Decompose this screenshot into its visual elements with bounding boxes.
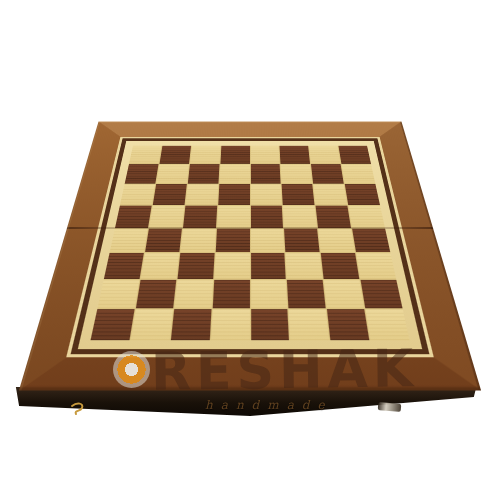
board-square	[185, 184, 218, 205]
board-square	[251, 253, 287, 279]
board-square	[250, 184, 282, 205]
board-square	[321, 253, 359, 279]
board-square	[281, 164, 313, 183]
board-square	[251, 228, 285, 252]
board-square	[149, 205, 184, 227]
board-square	[313, 184, 347, 205]
board-square	[311, 164, 344, 183]
board-square	[110, 228, 148, 252]
board-square	[250, 205, 283, 227]
board-square	[356, 253, 396, 279]
board-square	[283, 205, 317, 227]
board-square	[250, 146, 279, 164]
board-square	[361, 280, 403, 308]
board-square	[177, 253, 214, 279]
board-square	[342, 164, 376, 183]
board-square	[180, 228, 216, 252]
board-square	[131, 309, 173, 340]
board-square	[104, 253, 144, 279]
board-square	[188, 164, 220, 183]
brand-watermark-text: RESHAK	[151, 348, 419, 393]
board-square	[316, 205, 351, 227]
board-square	[145, 228, 182, 252]
board-square	[366, 309, 410, 340]
board-square	[215, 228, 249, 252]
board-square	[171, 309, 212, 340]
board-square	[282, 184, 315, 205]
board-square	[220, 146, 249, 164]
board-square	[218, 184, 250, 205]
board-square	[183, 205, 217, 227]
board-square	[280, 146, 310, 164]
board-square	[284, 228, 320, 252]
handmade-label: handmade	[205, 398, 333, 412]
board-square	[136, 280, 176, 308]
product-photo-scene: RESHAK handmade	[0, 0, 500, 500]
board-square	[120, 184, 155, 205]
board-square	[97, 280, 139, 308]
board-square	[324, 280, 364, 308]
board-square	[129, 146, 161, 164]
board-square	[190, 146, 220, 164]
board-square	[348, 205, 385, 227]
board-square	[125, 164, 159, 183]
board-square	[174, 280, 213, 308]
board-square	[159, 146, 190, 164]
board-square	[153, 184, 187, 205]
board-square	[289, 309, 330, 340]
board-grid	[91, 146, 410, 341]
board-square	[339, 146, 371, 164]
board-square	[345, 184, 380, 205]
board-square	[219, 164, 250, 183]
board-square	[251, 309, 290, 340]
right-latch	[378, 402, 402, 412]
board-square	[214, 253, 250, 279]
board-square	[115, 205, 152, 227]
board-square	[250, 164, 281, 183]
board-square	[286, 253, 323, 279]
board-square	[318, 228, 355, 252]
board-square	[327, 309, 369, 340]
board-square	[352, 228, 390, 252]
board-square	[217, 205, 250, 227]
board-square	[141, 253, 179, 279]
fold-seam	[67, 227, 433, 228]
board-square	[309, 146, 340, 164]
board-square	[212, 280, 249, 308]
board-square	[251, 280, 288, 308]
board-square	[91, 309, 135, 340]
board-square	[156, 164, 189, 183]
board-square	[211, 309, 250, 340]
left-latch	[69, 401, 89, 417]
brand-logo-icon	[113, 351, 150, 388]
board-square	[287, 280, 326, 308]
